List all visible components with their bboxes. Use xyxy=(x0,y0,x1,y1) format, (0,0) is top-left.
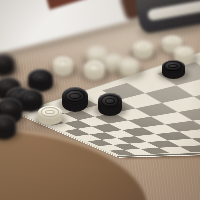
black-checker xyxy=(0,54,15,77)
white-checker xyxy=(84,61,105,80)
stapler-stripe xyxy=(147,0,200,21)
white-checker xyxy=(38,106,62,125)
white-checker xyxy=(53,57,73,76)
black-checker xyxy=(0,115,16,140)
white-checker xyxy=(119,58,139,77)
photo-frame xyxy=(0,0,200,200)
black-checker xyxy=(162,60,185,79)
black-checker xyxy=(98,93,122,116)
black-checker xyxy=(62,87,88,112)
white-checker xyxy=(133,41,153,59)
